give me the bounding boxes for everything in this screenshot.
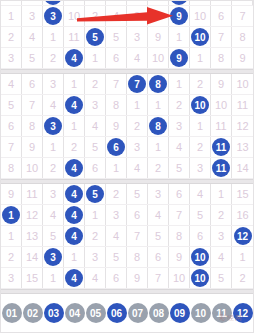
miss-count-cell: 1	[169, 27, 190, 47]
miss-count-cell: 5	[211, 268, 232, 288]
miss-count-cell: 4	[43, 205, 64, 225]
miss-count-cell: 1	[148, 95, 169, 115]
empty-clipped-cell	[190, 1, 211, 5]
miss-count-cell: 6	[22, 74, 43, 94]
miss-count-cell: 10	[22, 158, 43, 178]
drawn-number-cell: 4	[64, 184, 85, 204]
trend-grid: 1331024289106724111553911078352416410918…	[1, 6, 253, 294]
drawn-number-ball: 10	[191, 28, 209, 46]
miss-count-cell: 5	[190, 205, 211, 225]
miss-count-cell: 4	[148, 205, 169, 225]
miss-count-cell: 11	[232, 95, 253, 115]
miss-count-cell: 1	[64, 116, 85, 136]
miss-count-cell: 1	[190, 116, 211, 136]
miss-count-cell: 2	[232, 268, 253, 288]
footer-number-ball: 01	[2, 303, 22, 323]
miss-count-cell: 8	[1, 158, 22, 178]
miss-count-cell: 9	[232, 48, 253, 68]
drawn-number-ball: 5	[86, 28, 104, 46]
miss-count-cell: 2	[190, 137, 211, 157]
miss-count-cell: 3	[106, 205, 127, 225]
miss-count-cell: 1	[64, 74, 85, 94]
miss-count-cell: 2	[211, 205, 232, 225]
miss-count-cell: 9	[148, 27, 169, 47]
miss-count-cell: 6	[127, 205, 148, 225]
miss-count-cell: 4	[22, 27, 43, 47]
miss-count-cell: 7	[169, 205, 190, 225]
miss-count-cell: 5	[106, 27, 127, 47]
drawn-number-cell: 6	[106, 137, 127, 157]
miss-count-cell: 4	[211, 247, 232, 267]
trend-row: 810246142531114	[1, 158, 253, 179]
drawn-number-ball: 3	[44, 248, 62, 266]
miss-count-cell: 3	[1, 268, 22, 288]
miss-count-cell: 2	[190, 74, 211, 94]
miss-count-cell: 1	[43, 268, 64, 288]
miss-count-cell: 7	[232, 6, 253, 26]
number-footer: 010203040506070809101112	[1, 294, 253, 332]
miss-count-cell: 1	[64, 247, 85, 267]
miss-count-cell: 3	[85, 95, 106, 115]
drawn-number-cell: 8	[148, 116, 169, 136]
drawn-number-cell: 10	[190, 27, 211, 47]
drawn-number-cell: 5	[85, 184, 106, 204]
miss-count-cell: 6	[85, 158, 106, 178]
drawn-number-cell: 7	[127, 74, 148, 94]
drawn-number-ball: 4	[65, 269, 83, 287]
drawn-number-ball-clipped	[169, 1, 190, 5]
miss-count-cell: 9	[169, 247, 190, 267]
miss-count-cell: 7	[1, 137, 22, 157]
drawn-number-ball: 7	[128, 75, 146, 93]
miss-count-cell: 16	[232, 205, 253, 225]
trend-row: 4631277812910	[1, 74, 253, 95]
miss-count-cell: 2	[85, 226, 106, 246]
miss-count-cell: 5	[106, 247, 127, 267]
miss-count-cell: 4	[127, 158, 148, 178]
miss-count-cell: 11	[211, 116, 232, 136]
drawn-number-ball: 4	[65, 227, 83, 245]
trend-row: 91134525364115	[1, 184, 253, 205]
miss-count-cell: 3	[85, 247, 106, 267]
drawn-number-cell: 4	[64, 95, 85, 115]
miss-count-cell: 6	[211, 6, 232, 26]
drawn-number-ball-clipped	[43, 1, 64, 5]
miss-count-cell: 7	[148, 268, 169, 288]
miss-count-cell: 6	[106, 268, 127, 288]
miss-count-cell: 11	[22, 184, 43, 204]
miss-count-cell: 4	[43, 95, 64, 115]
drawn-number-ball: 11	[212, 159, 230, 177]
footer-number-ball: 12	[233, 303, 253, 323]
trend-row: 574438112101011	[1, 95, 253, 116]
footer-number-ball: 10	[191, 303, 211, 323]
empty-clipped-cell	[85, 1, 106, 5]
miss-count-cell: 4	[169, 137, 190, 157]
footer-number-ball: 02	[23, 303, 43, 323]
miss-count-cell: 11	[64, 27, 85, 47]
drawn-number-ball: 5	[86, 185, 104, 203]
miss-count-cell: 7	[106, 74, 127, 94]
drawn-number-ball: 9	[170, 7, 188, 25]
miss-count-cell: 6	[148, 247, 169, 267]
drawn-number-cell: 10	[190, 247, 211, 267]
drawn-number-ball: 4	[65, 49, 83, 67]
miss-count-cell: 2	[85, 6, 106, 26]
drawn-number-ball: 12	[234, 227, 252, 245]
miss-count-cell: 1	[85, 48, 106, 68]
miss-count-cell: 5	[85, 137, 106, 157]
miss-count-cell: 13	[22, 226, 43, 246]
miss-count-cell: 15	[22, 268, 43, 288]
miss-count-cell: 10	[64, 6, 85, 26]
trend-row: 13310242891067	[1, 6, 253, 27]
miss-count-cell: 12	[232, 116, 253, 136]
drawn-number-ball-clipped	[44, 1, 62, 5]
miss-count-cell: 2	[1, 247, 22, 267]
drawn-number-cell: 3	[43, 6, 64, 26]
drawn-number-cell: 10	[190, 95, 211, 115]
drawn-number-ball: 4	[65, 159, 83, 177]
drawn-number-cell: 12	[232, 226, 253, 246]
miss-count-cell: 8	[169, 226, 190, 246]
miss-count-cell: 5	[1, 95, 22, 115]
miss-count-cell: 4	[127, 48, 148, 68]
drawn-number-cell: 4	[64, 268, 85, 288]
miss-count-cell: 6	[106, 48, 127, 68]
miss-count-cell: 2	[1, 27, 22, 47]
miss-count-cell: 3	[127, 27, 148, 47]
miss-count-cell: 2	[148, 158, 169, 178]
trend-row: 11354247586312	[1, 226, 253, 247]
drawn-number-ball: 8	[149, 75, 167, 93]
drawn-number-cell: 3	[43, 247, 64, 267]
miss-count-cell: 7	[211, 27, 232, 47]
trend-row: 11244136475216	[1, 205, 253, 226]
miss-count-cell: 4	[1, 74, 22, 94]
miss-count-cell: 4	[85, 268, 106, 288]
drawn-number-cell: 11	[211, 137, 232, 157]
trend-row: 79125631421113	[1, 137, 253, 158]
drawn-number-cell: 9	[169, 6, 190, 26]
drawn-number-cell: 3	[43, 116, 64, 136]
miss-count-cell: 3	[190, 158, 211, 178]
drawn-number-ball: 4	[65, 96, 83, 114]
miss-count-cell: 3	[22, 6, 43, 26]
miss-count-cell: 1	[190, 48, 211, 68]
footer-number-ball: 09	[170, 303, 190, 323]
footer-number-ball: 08	[149, 303, 169, 323]
miss-count-cell: 2	[106, 184, 127, 204]
miss-count-cell: 4	[85, 116, 106, 136]
miss-count-cell: 8	[148, 6, 169, 26]
miss-count-cell: 3	[211, 226, 232, 246]
footer-number-ball: 05	[86, 303, 106, 323]
miss-count-cell: 9	[211, 74, 232, 94]
trend-row: 24111553911078	[1, 27, 253, 48]
drawn-number-cell: 8	[148, 74, 169, 94]
miss-count-cell: 1	[1, 6, 22, 26]
miss-count-cell: 9	[127, 268, 148, 288]
empty-clipped-cell	[1, 1, 22, 5]
lottery-trend-chart: 1331024289106724111553911078352416410918…	[0, 0, 254, 333]
drawn-number-ball: 10	[191, 269, 209, 287]
trend-row: 3524164109189	[1, 48, 253, 69]
footer-number-ball: 03	[44, 303, 64, 323]
miss-count-cell: 5	[22, 48, 43, 68]
miss-count-cell: 7	[127, 226, 148, 246]
miss-count-cell: 8	[106, 95, 127, 115]
empty-clipped-cell	[22, 1, 43, 5]
footer-number-ball: 07	[128, 303, 148, 323]
drawn-number-ball: 9	[170, 49, 188, 67]
empty-clipped-cell	[106, 1, 127, 5]
drawn-number-cell: 11	[211, 158, 232, 178]
miss-count-cell: 4	[190, 184, 211, 204]
miss-count-cell: 14	[22, 247, 43, 267]
drawn-number-cell: 9	[169, 48, 190, 68]
miss-count-cell: 1	[148, 137, 169, 157]
miss-count-cell: 3	[1, 48, 22, 68]
trend-row: 21431358691041	[1, 247, 253, 268]
drawn-number-ball: 6	[107, 138, 125, 156]
miss-count-cell: 10	[169, 268, 190, 288]
drawn-number-ball: 3	[44, 117, 62, 135]
miss-count-cell: 9	[106, 116, 127, 136]
miss-count-cell: 2	[169, 95, 190, 115]
miss-count-cell: 5	[43, 226, 64, 246]
miss-count-cell: 8	[211, 48, 232, 68]
miss-count-cell: 7	[22, 95, 43, 115]
miss-count-cell: 2	[64, 137, 85, 157]
empty-clipped-cell	[127, 1, 148, 5]
miss-count-cell: 5	[127, 184, 148, 204]
miss-count-cell: 15	[232, 184, 253, 204]
drawn-number-ball: 4	[65, 185, 83, 203]
miss-count-cell: 8	[232, 27, 253, 47]
miss-count-cell: 10	[148, 48, 169, 68]
miss-count-cell: 9	[22, 137, 43, 157]
miss-count-cell: 1	[85, 205, 106, 225]
miss-count-cell: 5	[169, 158, 190, 178]
drawn-number-cell: 1	[1, 205, 22, 225]
empty-clipped-cell	[211, 1, 232, 5]
miss-count-cell: 3	[43, 184, 64, 204]
miss-count-cell: 2	[43, 158, 64, 178]
miss-count-cell: 1	[106, 158, 127, 178]
miss-count-cell: 2	[85, 74, 106, 94]
drawn-number-ball: 1	[2, 206, 20, 224]
miss-count-cell: 2	[43, 48, 64, 68]
miss-count-cell: 10	[211, 95, 232, 115]
miss-count-cell: 6	[169, 184, 190, 204]
miss-count-cell: 1	[211, 184, 232, 204]
miss-count-cell: 6	[190, 226, 211, 246]
miss-count-cell: 13	[232, 137, 253, 157]
miss-count-cell: 10	[190, 6, 211, 26]
miss-count-cell: 1	[127, 95, 148, 115]
drawn-number-ball-clipped	[170, 1, 188, 5]
empty-clipped-cell	[64, 1, 85, 5]
drawn-number-cell: 4	[64, 226, 85, 246]
miss-count-cell: 1	[232, 247, 253, 267]
miss-count-cell: 1	[43, 137, 64, 157]
footer-number-ball: 06	[107, 303, 127, 323]
trend-row: 315144697101052	[1, 268, 253, 289]
miss-count-cell: 10	[232, 74, 253, 94]
drawn-number-cell: 4	[64, 205, 85, 225]
miss-count-cell: 3	[148, 184, 169, 204]
miss-count-cell: 1	[169, 74, 190, 94]
miss-count-cell: 8	[127, 247, 148, 267]
footer-number-ball: 11	[212, 303, 232, 323]
drawn-number-cell: 5	[85, 27, 106, 47]
miss-count-cell: 3	[169, 116, 190, 136]
drawn-number-ball: 10	[191, 96, 209, 114]
drawn-number-ball: 4	[65, 206, 83, 224]
miss-count-cell: 5	[148, 226, 169, 246]
miss-count-cell: 2	[127, 116, 148, 136]
miss-count-cell: 1	[43, 27, 64, 47]
drawn-number-cell: 10	[190, 268, 211, 288]
miss-count-cell: 4	[106, 226, 127, 246]
miss-count-cell: 1	[1, 226, 22, 246]
drawn-number-ball: 11	[212, 138, 230, 156]
miss-count-cell: 9	[1, 184, 22, 204]
miss-count-cell: 6	[1, 116, 22, 136]
drawn-number-ball: 8	[149, 117, 167, 135]
drawn-number-cell: 4	[64, 48, 85, 68]
drawn-number-cell: 4	[64, 158, 85, 178]
empty-clipped-cell	[232, 1, 253, 5]
miss-count-cell: 3	[43, 74, 64, 94]
miss-count-cell: 14	[232, 158, 253, 178]
miss-count-cell: 8	[22, 116, 43, 136]
drawn-number-ball: 10	[191, 248, 209, 266]
drawn-number-ball: 3	[44, 7, 62, 25]
empty-clipped-cell	[148, 1, 169, 5]
footer-number-ball: 04	[65, 303, 85, 323]
miss-count-cell: 4	[106, 6, 127, 26]
miss-count-cell: 12	[22, 205, 43, 225]
miss-count-cell: 2	[127, 6, 148, 26]
trend-row: 68314928311112	[1, 116, 253, 137]
miss-count-cell: 3	[127, 137, 148, 157]
